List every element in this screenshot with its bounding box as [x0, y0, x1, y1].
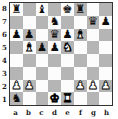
- square-f2[interactable]: ♟: [74, 80, 87, 93]
- square-a6[interactable]: ♟: [10, 29, 23, 42]
- chess-board-diagram: 87654321 ♜♝♚♜♞♛♟♟♟♛♟♝♝♟♟♞♟♟♟♟♟♞♚♜ abcdef…: [0, 0, 118, 119]
- square-g3[interactable]: [87, 67, 100, 80]
- square-e8[interactable]: ♚: [61, 3, 74, 16]
- square-h3[interactable]: [99, 67, 112, 80]
- square-c2[interactable]: [36, 80, 49, 93]
- black-king[interactable]: ♚: [61, 3, 74, 16]
- square-d3[interactable]: [48, 67, 61, 80]
- file-label-b: b: [22, 107, 35, 118]
- rank-label-7: 7: [0, 15, 9, 28]
- file-label-e: e: [61, 107, 74, 118]
- square-e5[interactable]: ♞: [61, 41, 74, 54]
- black-pawn[interactable]: ♟: [99, 16, 112, 29]
- square-d1[interactable]: ♚: [48, 92, 61, 105]
- chess-board: ♜♝♚♜♞♛♟♟♟♛♟♝♝♟♟♞♟♟♟♟♟♞♚♜: [9, 2, 113, 106]
- black-bishop[interactable]: ♝: [36, 3, 49, 16]
- square-c3[interactable]: [36, 67, 49, 80]
- square-a7[interactable]: [10, 16, 23, 29]
- file-labels: abcdefgh: [9, 107, 113, 118]
- square-g4[interactable]: [87, 54, 100, 67]
- file-label-d: d: [48, 107, 61, 118]
- file-label-g: g: [87, 107, 100, 118]
- file-label-f: f: [74, 107, 87, 118]
- rank-label-4: 4: [0, 54, 9, 67]
- black-knight[interactable]: ♞: [48, 16, 61, 29]
- square-e7[interactable]: [61, 16, 74, 29]
- square-f6[interactable]: ♝: [74, 29, 87, 42]
- square-b7[interactable]: [23, 16, 36, 29]
- square-f5[interactable]: [74, 41, 87, 54]
- file-label-h: h: [100, 107, 113, 118]
- square-a4[interactable]: [10, 54, 23, 67]
- square-c8[interactable]: ♝: [36, 3, 49, 16]
- rank-label-3: 3: [0, 67, 9, 80]
- black-pawn[interactable]: ♟: [48, 41, 61, 54]
- black-pawn[interactable]: ♟: [10, 29, 23, 42]
- square-g1[interactable]: [87, 92, 100, 105]
- square-f8[interactable]: ♜: [74, 3, 87, 16]
- square-a1[interactable]: ♞: [10, 92, 23, 105]
- square-f1[interactable]: [74, 92, 87, 105]
- square-e1[interactable]: ♜: [61, 92, 74, 105]
- black-pawn[interactable]: ♟: [23, 29, 36, 42]
- square-d5[interactable]: ♟: [48, 41, 61, 54]
- rank-label-1: 1: [0, 93, 9, 106]
- square-g2[interactable]: ♟: [87, 80, 100, 93]
- square-h6[interactable]: [99, 29, 112, 42]
- white-king[interactable]: ♚: [48, 92, 61, 105]
- rank-label-6: 6: [0, 28, 9, 41]
- rank-labels: 87654321: [0, 2, 9, 106]
- white-rook[interactable]: ♜: [61, 92, 74, 105]
- square-c5[interactable]: ♟: [36, 41, 49, 54]
- black-rook[interactable]: ♜: [74, 3, 87, 16]
- square-b2[interactable]: ♟: [23, 80, 36, 93]
- white-pawn[interactable]: ♟: [99, 80, 112, 93]
- square-c7[interactable]: [36, 16, 49, 29]
- square-d2[interactable]: [48, 80, 61, 93]
- black-pawn[interactable]: ♟: [61, 29, 74, 42]
- square-d8[interactable]: [48, 3, 61, 16]
- square-f3[interactable]: [74, 67, 87, 80]
- square-d7[interactable]: ♞: [48, 16, 61, 29]
- rank-label-5: 5: [0, 41, 9, 54]
- square-c4[interactable]: [36, 54, 49, 67]
- square-b8[interactable]: [23, 3, 36, 16]
- square-b6[interactable]: ♟: [23, 29, 36, 42]
- black-queen[interactable]: ♛: [87, 16, 100, 29]
- white-pawn[interactable]: ♟: [23, 80, 36, 93]
- rank-label-2: 2: [0, 80, 9, 93]
- square-a2[interactable]: ♟: [10, 80, 23, 93]
- black-pawn[interactable]: ♟: [36, 41, 49, 54]
- square-h5[interactable]: [99, 41, 112, 54]
- white-pawn[interactable]: ♟: [74, 80, 87, 93]
- white-bishop[interactable]: ♝: [23, 41, 36, 54]
- square-e6[interactable]: ♟: [61, 29, 74, 42]
- square-h4[interactable]: [99, 54, 112, 67]
- file-label-a: a: [9, 107, 22, 118]
- square-g5[interactable]: [87, 41, 100, 54]
- square-e2[interactable]: [61, 80, 74, 93]
- square-a3[interactable]: [10, 67, 23, 80]
- white-knight[interactable]: ♞: [61, 41, 74, 54]
- square-c1[interactable]: [36, 92, 49, 105]
- square-f4[interactable]: [74, 54, 87, 67]
- square-e3[interactable]: [61, 67, 74, 80]
- square-b4[interactable]: [23, 54, 36, 67]
- white-pawn[interactable]: ♟: [10, 80, 23, 93]
- black-rook[interactable]: ♜: [10, 3, 23, 16]
- black-knight[interactable]: ♞: [10, 92, 23, 105]
- square-c6[interactable]: [36, 29, 49, 42]
- file-label-c: c: [35, 107, 48, 118]
- square-f7[interactable]: [74, 16, 87, 29]
- square-h2[interactable]: ♟: [99, 80, 112, 93]
- square-g6[interactable]: [87, 29, 100, 42]
- square-b5[interactable]: ♝: [23, 41, 36, 54]
- square-b1[interactable]: [23, 92, 36, 105]
- square-d4[interactable]: [48, 54, 61, 67]
- square-e4[interactable]: [61, 54, 74, 67]
- square-h7[interactable]: ♟: [99, 16, 112, 29]
- square-h1[interactable]: [99, 92, 112, 105]
- square-a8[interactable]: ♜: [10, 3, 23, 16]
- black-queen[interactable]: ♛: [48, 29, 61, 42]
- white-bishop[interactable]: ♝: [74, 29, 87, 42]
- square-g8[interactable]: [87, 3, 100, 16]
- square-b3[interactable]: [23, 67, 36, 80]
- square-a5[interactable]: [10, 41, 23, 54]
- white-pawn[interactable]: ♟: [87, 80, 100, 93]
- square-d6[interactable]: ♛: [48, 29, 61, 42]
- rank-label-8: 8: [0, 2, 9, 15]
- square-g7[interactable]: ♛: [87, 16, 100, 29]
- square-h8[interactable]: [99, 3, 112, 16]
